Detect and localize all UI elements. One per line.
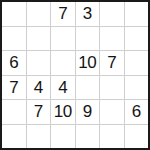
cell-r2c5[interactable] xyxy=(100,27,124,51)
clue-cell-r5c4: 9 xyxy=(76,100,100,124)
cell-r4c5[interactable] xyxy=(100,76,124,100)
clue-cell-r4c3: 4 xyxy=(51,76,75,100)
clue-cell-r3c5: 7 xyxy=(100,51,124,75)
clue-cell-r3c1: 6 xyxy=(2,51,26,75)
clue-cell-r4c2: 4 xyxy=(27,76,51,100)
cell-r6c2[interactable] xyxy=(27,125,51,149)
cell-r2c6[interactable] xyxy=(125,27,149,51)
cell-r2c4[interactable] xyxy=(76,27,100,51)
clue-cell-r5c2: 7 xyxy=(27,100,51,124)
cell-r3c2[interactable] xyxy=(27,51,51,75)
cell-r6c3[interactable] xyxy=(51,125,75,149)
cell-r2c3[interactable] xyxy=(51,27,75,51)
cell-r3c3[interactable] xyxy=(51,51,75,75)
clue-cell-r4c1: 7 xyxy=(2,76,26,100)
cell-r2c1[interactable] xyxy=(2,27,26,51)
cell-r1c1[interactable] xyxy=(2,2,26,26)
cell-r1c5[interactable] xyxy=(100,2,124,26)
cell-r5c1[interactable] xyxy=(2,100,26,124)
cell-r6c1[interactable] xyxy=(2,125,26,149)
clue-cell-r1c4: 3 xyxy=(76,2,100,26)
clue-cell-r5c3: 10 xyxy=(51,100,75,124)
cell-r5c5[interactable] xyxy=(100,100,124,124)
cell-r2c2[interactable] xyxy=(27,27,51,51)
clue-cell-r5c6: 6 xyxy=(125,100,149,124)
kuromasu-board: 73610774471096 xyxy=(0,0,150,150)
cell-r6c4[interactable] xyxy=(76,125,100,149)
cell-r3c6[interactable] xyxy=(125,51,149,75)
clue-cell-r3c4: 10 xyxy=(76,51,100,75)
cell-r4c4[interactable] xyxy=(76,76,100,100)
cell-r6c5[interactable] xyxy=(100,125,124,149)
cell-r1c2[interactable] xyxy=(27,2,51,26)
cell-r6c6[interactable] xyxy=(125,125,149,149)
cell-r4c6[interactable] xyxy=(125,76,149,100)
clue-cell-r1c3: 7 xyxy=(51,2,75,26)
cell-r1c6[interactable] xyxy=(125,2,149,26)
